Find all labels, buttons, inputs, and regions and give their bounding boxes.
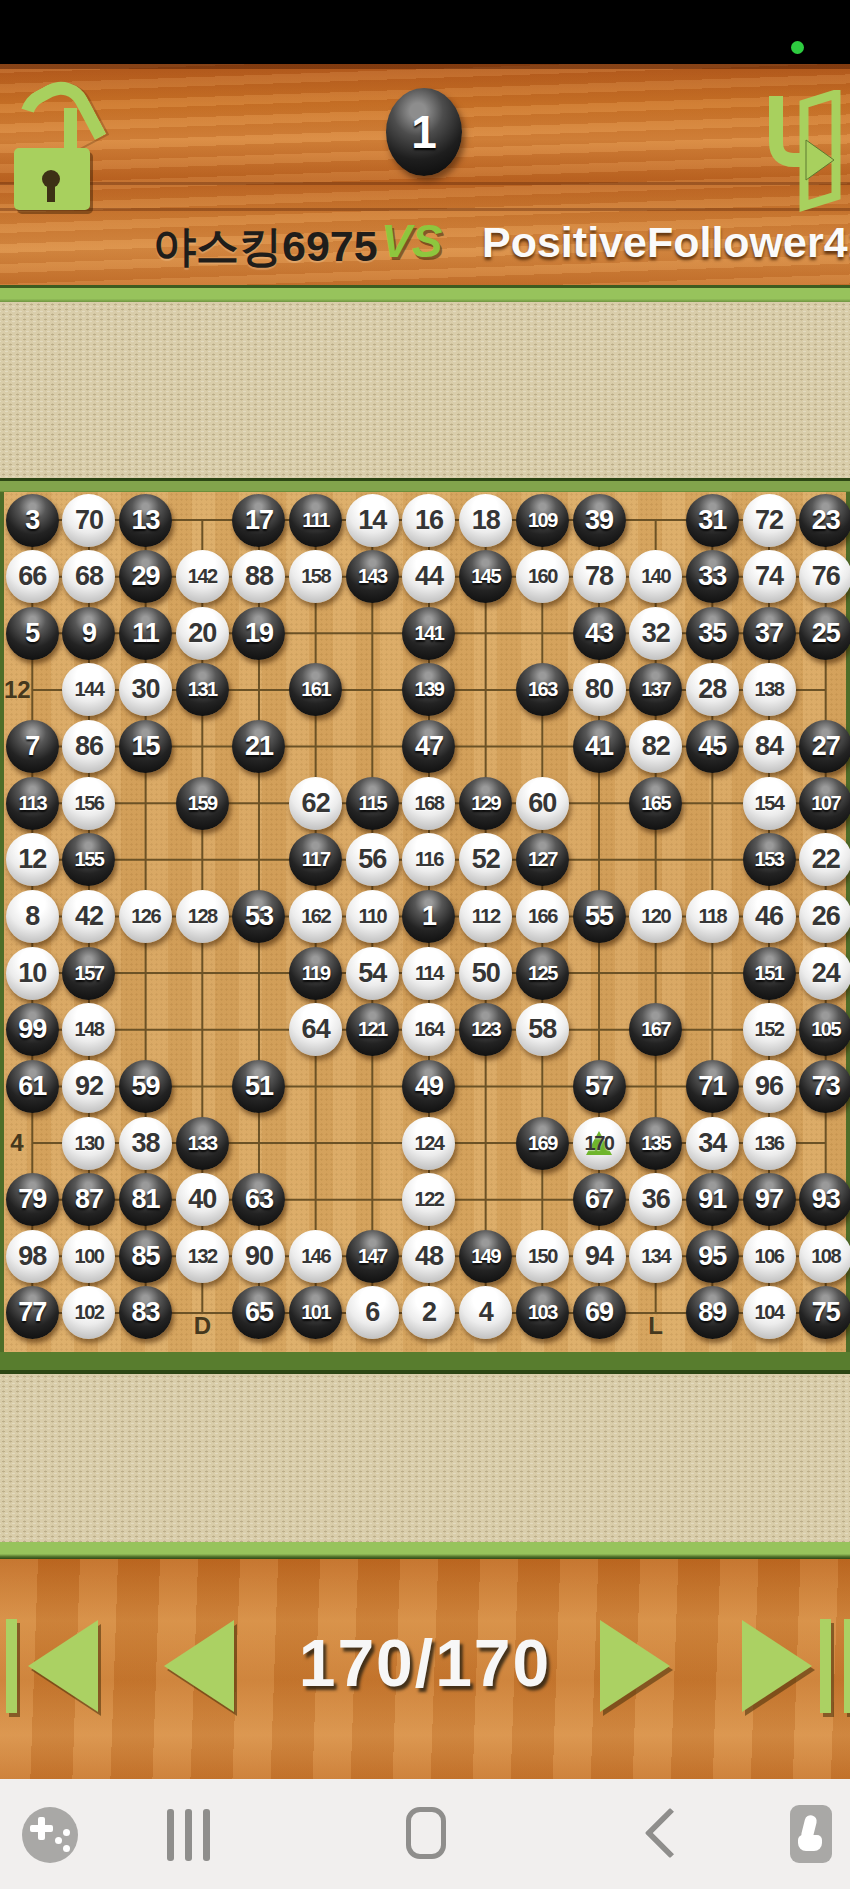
stone-move-143: 143 xyxy=(346,550,399,603)
stone-move-170: 170 xyxy=(573,1117,626,1170)
skip-to-end-icon[interactable] xyxy=(742,1620,812,1712)
stone-move-140: 140 xyxy=(629,550,682,603)
stone-move-138: 138 xyxy=(743,663,796,716)
stone-move-43: 43 xyxy=(573,607,626,660)
stone-move-37: 37 xyxy=(743,607,796,660)
game-number-badge[interactable]: 1 xyxy=(386,88,462,176)
stone-move-40: 40 xyxy=(176,1173,229,1226)
stone-move-12: 12 xyxy=(6,833,59,886)
stone-move-159: 159 xyxy=(176,777,229,830)
stone-move-20: 20 xyxy=(176,607,229,660)
stone-move-136: 136 xyxy=(743,1117,796,1170)
stone-move-13: 13 xyxy=(119,494,172,547)
stone-move-126: 126 xyxy=(119,890,172,943)
stone-move-165: 165 xyxy=(629,777,682,830)
stone-move-6: 6 xyxy=(346,1286,399,1339)
stone-move-62: 62 xyxy=(289,777,342,830)
stone-move-45: 45 xyxy=(686,720,739,773)
stone-move-89: 89 xyxy=(686,1286,739,1339)
recent-apps-icon[interactable] xyxy=(167,1809,211,1861)
stone-move-129: 129 xyxy=(459,777,512,830)
stone-move-69: 69 xyxy=(573,1286,626,1339)
row-coordinate-label: 4 xyxy=(4,1129,30,1157)
stone-move-114: 114 xyxy=(402,947,455,1000)
stone-move-128: 128 xyxy=(176,890,229,943)
stone-move-32: 32 xyxy=(629,607,682,660)
stone-move-31: 31 xyxy=(686,494,739,547)
white-player-name: PositiveFollower41 xyxy=(482,218,850,267)
stone-move-75: 75 xyxy=(799,1286,850,1339)
stone-move-25: 25 xyxy=(799,607,850,660)
stone-move-79: 79 xyxy=(6,1173,59,1226)
stone-move-29: 29 xyxy=(119,550,172,603)
stone-move-107: 107 xyxy=(799,777,850,830)
stone-move-19: 19 xyxy=(232,607,285,660)
stone-move-77: 77 xyxy=(6,1286,59,1339)
stone-move-152: 152 xyxy=(743,1003,796,1056)
stone-move-76: 76 xyxy=(799,550,850,603)
stone-move-166: 166 xyxy=(516,890,569,943)
stone-move-112: 112 xyxy=(459,890,512,943)
stone-move-8: 8 xyxy=(6,890,59,943)
stone-move-146: 146 xyxy=(289,1230,342,1283)
stone-move-108: 108 xyxy=(799,1230,850,1283)
stone-move-11: 11 xyxy=(119,607,172,660)
stone-move-80: 80 xyxy=(573,663,626,716)
stone-move-48: 48 xyxy=(402,1230,455,1283)
stone-move-26: 26 xyxy=(799,890,850,943)
stone-move-70: 70 xyxy=(62,494,115,547)
stone-move-78: 78 xyxy=(573,550,626,603)
stone-move-7: 7 xyxy=(6,720,59,773)
stone-move-67: 67 xyxy=(573,1173,626,1226)
black-player-name: 야스킹6975 xyxy=(153,218,378,276)
stone-move-85: 85 xyxy=(119,1230,172,1283)
floating-touchpad-icon[interactable] xyxy=(790,1805,832,1863)
stone-move-98: 98 xyxy=(6,1230,59,1283)
stone-move-99: 99 xyxy=(6,1003,59,1056)
stone-move-113: 113 xyxy=(6,777,59,830)
wood-seam xyxy=(0,182,850,185)
stone-move-35: 35 xyxy=(686,607,739,660)
stone-move-94: 94 xyxy=(573,1230,626,1283)
stone-move-109: 109 xyxy=(516,494,569,547)
stone-move-110: 110 xyxy=(346,890,399,943)
stone-move-163: 163 xyxy=(516,663,569,716)
stone-move-39: 39 xyxy=(573,494,626,547)
row-coordinate-label: 12 xyxy=(4,676,30,704)
stone-move-81: 81 xyxy=(119,1173,172,1226)
stone-move-46: 46 xyxy=(743,890,796,943)
stone-move-60: 60 xyxy=(516,777,569,830)
divider-strip-bottom xyxy=(0,1542,850,1559)
stone-move-10: 10 xyxy=(6,947,59,1000)
stone-move-57: 57 xyxy=(573,1060,626,1113)
lock-button[interactable] xyxy=(14,90,94,214)
edge-button-sliver[interactable] xyxy=(844,1619,850,1713)
stone-move-168: 168 xyxy=(402,777,455,830)
stone-move-41: 41 xyxy=(573,720,626,773)
stone-move-95: 95 xyxy=(686,1230,739,1283)
stone-move-104: 104 xyxy=(743,1286,796,1339)
stone-move-17: 17 xyxy=(232,494,285,547)
stone-move-38: 38 xyxy=(119,1117,172,1170)
stone-move-27: 27 xyxy=(799,720,850,773)
back-icon[interactable] xyxy=(645,1808,696,1859)
vs-label: VS xyxy=(381,214,442,268)
stone-move-54: 54 xyxy=(346,947,399,1000)
stone-move-5: 5 xyxy=(6,607,59,660)
stone-move-28: 28 xyxy=(686,663,739,716)
stone-move-22: 22 xyxy=(799,833,850,886)
stone-move-24: 24 xyxy=(799,947,850,1000)
navigation-bar: 170/170 xyxy=(0,1559,850,1779)
stone-move-119: 119 xyxy=(289,947,342,1000)
stone-move-100: 100 xyxy=(62,1230,115,1283)
stone-move-34: 34 xyxy=(686,1117,739,1170)
stone-move-169: 169 xyxy=(516,1117,569,1170)
background-texture-upper xyxy=(0,302,850,478)
android-navigation-bar xyxy=(0,1779,850,1889)
stone-move-71: 71 xyxy=(686,1060,739,1113)
stone-move-18: 18 xyxy=(459,494,512,547)
stone-move-115: 115 xyxy=(346,777,399,830)
column-coordinate-label: D xyxy=(189,1312,215,1340)
stone-move-61: 61 xyxy=(6,1060,59,1113)
stone-move-127: 127 xyxy=(516,833,569,886)
skip-to-end-button[interactable] xyxy=(820,1619,831,1713)
background-texture-lower xyxy=(0,1374,850,1542)
stone-move-141: 141 xyxy=(402,607,455,660)
stone-move-124: 124 xyxy=(402,1117,455,1170)
stone-move-96: 96 xyxy=(743,1060,796,1113)
stone-move-156: 156 xyxy=(62,777,115,830)
stone-move-73: 73 xyxy=(799,1060,850,1113)
stone-move-23: 23 xyxy=(799,494,850,547)
stone-move-105: 105 xyxy=(799,1003,850,1056)
stone-move-132: 132 xyxy=(176,1230,229,1283)
stone-move-135: 135 xyxy=(629,1117,682,1170)
stone-move-125: 125 xyxy=(516,947,569,1000)
stone-move-149: 149 xyxy=(459,1230,512,1283)
stone-move-16: 16 xyxy=(402,494,455,547)
stone-move-55: 55 xyxy=(573,890,626,943)
stone-move-121: 121 xyxy=(346,1003,399,1056)
stone-move-150: 150 xyxy=(516,1230,569,1283)
stone-move-66: 66 xyxy=(6,550,59,603)
players-row: 야스킹6975 VS PositiveFollower41 xyxy=(0,210,850,280)
stone-move-74: 74 xyxy=(743,550,796,603)
status-bar xyxy=(0,0,850,64)
stone-move-106: 106 xyxy=(743,1230,796,1283)
game-launcher-icon[interactable] xyxy=(22,1807,78,1863)
column-coordinate-label: L xyxy=(643,1312,669,1340)
stone-move-49: 49 xyxy=(402,1060,455,1113)
game-number: 1 xyxy=(411,105,437,159)
go-board[interactable]: 3701317111141618109393172236668291428815… xyxy=(0,492,850,1352)
stone-move-162: 162 xyxy=(289,890,342,943)
stone-move-51: 51 xyxy=(232,1060,285,1113)
stone-move-134: 134 xyxy=(629,1230,682,1283)
header: 1 야스킹6975 VS PositiveFollower41 xyxy=(0,64,850,285)
stone-move-160: 160 xyxy=(516,550,569,603)
stone-move-133: 133 xyxy=(176,1117,229,1170)
stone-move-147: 147 xyxy=(346,1230,399,1283)
stone-move-157: 157 xyxy=(62,947,115,1000)
home-icon[interactable] xyxy=(406,1807,446,1859)
stone-move-103: 103 xyxy=(516,1286,569,1339)
exit-button[interactable] xyxy=(762,90,842,214)
stone-move-91: 91 xyxy=(686,1173,739,1226)
stone-move-153: 153 xyxy=(743,833,796,886)
stone-move-130: 130 xyxy=(62,1117,115,1170)
stone-move-50: 50 xyxy=(459,947,512,1000)
stone-move-131: 131 xyxy=(176,663,229,716)
stone-move-93: 93 xyxy=(799,1173,850,1226)
stone-move-90: 90 xyxy=(232,1230,285,1283)
stone-move-151: 151 xyxy=(743,947,796,1000)
next-move-button[interactable] xyxy=(600,1620,670,1712)
stone-move-142: 142 xyxy=(176,550,229,603)
app-screen: 1 야스킹6975 VS PositiveFollower41 37013171… xyxy=(0,0,850,1889)
stone-move-15: 15 xyxy=(119,720,172,773)
stone-move-120: 120 xyxy=(629,890,682,943)
stone-move-9: 9 xyxy=(62,607,115,660)
stone-move-84: 84 xyxy=(743,720,796,773)
stone-move-118: 118 xyxy=(686,890,739,943)
stone-move-72: 72 xyxy=(743,494,796,547)
stone-move-3: 3 xyxy=(6,494,59,547)
stone-move-92: 92 xyxy=(62,1060,115,1113)
stone-move-145: 145 xyxy=(459,550,512,603)
stone-move-14: 14 xyxy=(346,494,399,547)
stone-move-58: 58 xyxy=(516,1003,569,1056)
camera-active-dot xyxy=(791,41,804,54)
divider-strip-top xyxy=(0,285,850,302)
stone-move-59: 59 xyxy=(119,1060,172,1113)
move-counter: 170/170 xyxy=(0,1625,850,1701)
stone-move-154: 154 xyxy=(743,777,796,830)
stone-move-33: 33 xyxy=(686,550,739,603)
exit-door-arrow-icon xyxy=(762,90,842,214)
stone-move-36: 36 xyxy=(629,1173,682,1226)
stone-move-111: 111 xyxy=(289,494,342,547)
stone-move-158: 158 xyxy=(289,550,342,603)
stone-move-82: 82 xyxy=(629,720,682,773)
stone-move-97: 97 xyxy=(743,1173,796,1226)
stone-move-56: 56 xyxy=(346,833,399,886)
